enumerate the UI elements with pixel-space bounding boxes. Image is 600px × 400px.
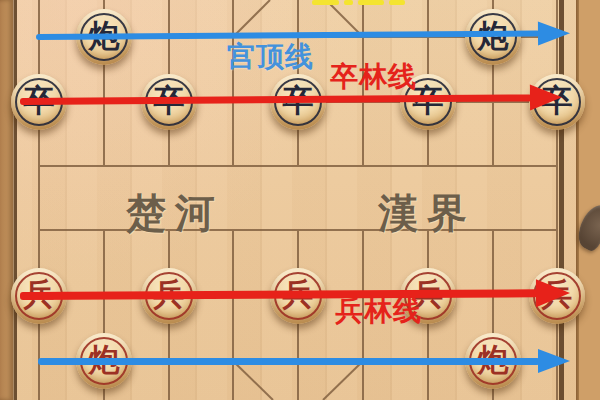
red-pawn-line-arrow [20,279,570,310]
palace-top-line-label: 宫顶线 [227,42,314,72]
arrowhead-right-icon [538,21,570,45]
arrowhead-right-icon [536,279,570,307]
river-label-han-jie: 漢界 [378,192,476,236]
palace-top-line-arrow-red [38,349,570,373]
xiangqi-lines-diagram: 楚河 漢界 炮 炮 卒 卒 卒 卒 卒 兵 兵 兵 兵 兵 炮 炮 宫顶线 卒林… [0,0,600,400]
black-pawn-line-arrow [20,84,566,114]
red-pawn-line-label: 兵林线 [335,296,422,326]
river-label-chu-he: 楚河 [126,192,224,236]
arrowhead-right-icon [538,349,570,373]
black-pawn-line-label: 卒林线 [330,62,417,92]
arrowhead-right-icon [530,84,562,110]
